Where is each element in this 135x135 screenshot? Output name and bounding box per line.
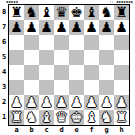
file-label-d: d xyxy=(54,126,69,135)
piece-white-bishop: ♝ xyxy=(40,110,53,125)
rank-label-5: 5 xyxy=(0,50,8,65)
square-a6[interactable] xyxy=(9,35,24,50)
square-g5[interactable] xyxy=(99,50,114,65)
square-h4[interactable] xyxy=(114,65,129,80)
square-f8[interactable]: ♝ xyxy=(84,5,99,20)
square-d5[interactable] xyxy=(54,50,69,65)
piece-white-pawn: ♟ xyxy=(55,95,68,110)
file-label-a: a xyxy=(9,126,24,135)
piece-black-pawn: ♟ xyxy=(115,20,128,35)
piece-black-rook: ♜ xyxy=(115,5,128,20)
piece-white-rook: ♜ xyxy=(115,110,128,125)
square-b4[interactable] xyxy=(24,65,39,80)
piece-black-rook: ♜ xyxy=(10,5,23,20)
file-label-h: h xyxy=(114,126,129,135)
square-a2[interactable]: ♟ xyxy=(9,95,24,110)
piece-black-bishop: ♝ xyxy=(85,5,98,20)
square-f1[interactable]: ♝ xyxy=(84,110,99,125)
square-f6[interactable] xyxy=(84,35,99,50)
square-b2[interactable]: ♟ xyxy=(24,95,39,110)
piece-black-pawn: ♟ xyxy=(100,20,113,35)
square-g3[interactable] xyxy=(99,80,114,95)
piece-white-queen: ♛ xyxy=(55,110,68,125)
square-h2[interactable]: ♟ xyxy=(114,95,129,110)
square-b7[interactable]: ♟ xyxy=(24,20,39,35)
piece-white-pawn: ♟ xyxy=(85,95,98,110)
rank-label-8: 8 xyxy=(0,5,8,20)
square-e1[interactable]: ♚ xyxy=(69,110,84,125)
square-e6[interactable] xyxy=(69,35,84,50)
piece-white-pawn: ♟ xyxy=(40,95,53,110)
chess-diagram: ▪▪▪▪▪ :: ▪▪▪▪▪▪▪ ♜♞♝♛♚♝♞♜♟♟♟♟♟♟♟♟♟♟♟♟♟♟♟… xyxy=(0,0,135,135)
file-label-e: e xyxy=(69,126,84,135)
square-h3[interactable] xyxy=(114,80,129,95)
file-label-c: c xyxy=(39,126,54,135)
piece-white-knight: ♞ xyxy=(100,110,113,125)
piece-white-pawn: ♟ xyxy=(25,95,38,110)
square-e2[interactable]: ♟ xyxy=(69,95,84,110)
rank-label-1: 1 xyxy=(0,110,8,125)
square-f7[interactable]: ♟ xyxy=(84,20,99,35)
square-h5[interactable] xyxy=(114,50,129,65)
square-g2[interactable]: ♟ xyxy=(99,95,114,110)
square-f4[interactable] xyxy=(84,65,99,80)
square-c5[interactable] xyxy=(39,50,54,65)
square-g1[interactable]: ♞ xyxy=(99,110,114,125)
square-f3[interactable] xyxy=(84,80,99,95)
rank-label-6: 6 xyxy=(0,35,8,50)
square-f2[interactable]: ♟ xyxy=(84,95,99,110)
piece-black-pawn: ♟ xyxy=(70,20,83,35)
square-d3[interactable] xyxy=(54,80,69,95)
square-b6[interactable] xyxy=(24,35,39,50)
square-g4[interactable] xyxy=(99,65,114,80)
piece-white-knight: ♞ xyxy=(25,110,38,125)
square-b8[interactable]: ♞ xyxy=(24,5,39,20)
square-c4[interactable] xyxy=(39,65,54,80)
square-h8[interactable]: ♜ xyxy=(114,5,129,20)
square-e4[interactable] xyxy=(69,65,84,80)
square-g6[interactable] xyxy=(99,35,114,50)
square-b1[interactable]: ♞ xyxy=(24,110,39,125)
file-label-g: g xyxy=(99,126,114,135)
piece-black-pawn: ♟ xyxy=(10,20,23,35)
piece-black-pawn: ♟ xyxy=(40,20,53,35)
square-c3[interactable] xyxy=(39,80,54,95)
square-d1[interactable]: ♛ xyxy=(54,110,69,125)
file-labels: abcdefgh xyxy=(9,126,129,135)
square-a1[interactable]: ♜ xyxy=(9,110,24,125)
square-e7[interactable]: ♟ xyxy=(69,20,84,35)
rank-label-4: 4 xyxy=(0,65,8,80)
square-a8[interactable]: ♜ xyxy=(9,5,24,20)
chess-board: ♜♞♝♛♚♝♞♜♟♟♟♟♟♟♟♟♟♟♟♟♟♟♟♟♜♞♝♛♚♝♞♜ xyxy=(9,5,129,125)
square-a3[interactable] xyxy=(9,80,24,95)
square-d8[interactable]: ♛ xyxy=(54,5,69,20)
piece-black-pawn: ♟ xyxy=(55,20,68,35)
piece-black-pawn: ♟ xyxy=(85,20,98,35)
piece-white-king: ♚ xyxy=(70,110,83,125)
square-d4[interactable] xyxy=(54,65,69,80)
board-frame: ♜♞♝♛♚♝♞♜♟♟♟♟♟♟♟♟♟♟♟♟♟♟♟♟♜♞♝♛♚♝♞♜ xyxy=(8,4,130,126)
square-d2[interactable]: ♟ xyxy=(54,95,69,110)
file-label-f: f xyxy=(84,126,99,135)
square-e3[interactable] xyxy=(69,80,84,95)
square-b3[interactable] xyxy=(24,80,39,95)
square-d6[interactable] xyxy=(54,35,69,50)
piece-black-queen: ♛ xyxy=(55,5,68,20)
square-c2[interactable]: ♟ xyxy=(39,95,54,110)
square-e5[interactable] xyxy=(69,50,84,65)
piece-black-pawn: ♟ xyxy=(25,20,38,35)
square-a4[interactable] xyxy=(9,65,24,80)
piece-black-knight: ♞ xyxy=(100,5,113,20)
rank-label-3: 3 xyxy=(0,80,8,95)
piece-white-pawn: ♟ xyxy=(70,95,83,110)
piece-white-pawn: ♟ xyxy=(115,95,128,110)
square-h1[interactable]: ♜ xyxy=(114,110,129,125)
square-c1[interactable]: ♝ xyxy=(39,110,54,125)
rank-label-2: 2 xyxy=(0,95,8,110)
square-b5[interactable] xyxy=(24,50,39,65)
piece-black-king: ♚ xyxy=(70,5,83,20)
square-a7[interactable]: ♟ xyxy=(9,20,24,35)
file-label-b: b xyxy=(24,126,39,135)
square-c7[interactable]: ♟ xyxy=(39,20,54,35)
square-a5[interactable] xyxy=(9,50,24,65)
piece-white-rook: ♜ xyxy=(10,110,23,125)
piece-black-bishop: ♝ xyxy=(40,5,53,20)
piece-white-bishop: ♝ xyxy=(85,110,98,125)
square-h7[interactable]: ♟ xyxy=(114,20,129,35)
square-c6[interactable] xyxy=(39,35,54,50)
square-e8[interactable]: ♚ xyxy=(69,5,84,20)
piece-white-pawn: ♟ xyxy=(10,95,23,110)
square-d7[interactable]: ♟ xyxy=(54,20,69,35)
square-g7[interactable]: ♟ xyxy=(99,20,114,35)
square-c8[interactable]: ♝ xyxy=(39,5,54,20)
square-g8[interactable]: ♞ xyxy=(99,5,114,20)
square-h6[interactable] xyxy=(114,35,129,50)
piece-white-pawn: ♟ xyxy=(100,95,113,110)
rank-label-7: 7 xyxy=(0,20,8,35)
square-f5[interactable] xyxy=(84,50,99,65)
piece-black-knight: ♞ xyxy=(25,5,38,20)
